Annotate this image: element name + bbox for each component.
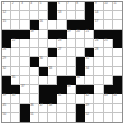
clue-number-43: 43: [104, 94, 107, 98]
cell-r12c11[interactable]: [94, 104, 103, 113]
cell-r11c2[interactable]: 40: [11, 94, 20, 103]
cell-r1c13[interactable]: 11: [113, 2, 122, 11]
clue-number-40: 40: [12, 94, 15, 98]
cell-r9c2[interactable]: 35: [11, 76, 20, 85]
cell-r2c12[interactable]: [104, 11, 113, 20]
cell-r3c5[interactable]: 16: [39, 20, 48, 29]
cell-r13c2[interactable]: [11, 113, 20, 122]
clue-number-36: 36: [76, 76, 79, 80]
clue-number-48: 48: [49, 104, 52, 108]
black-cell-r1c10: [85, 2, 94, 11]
clue-number-2: 2: [12, 2, 14, 6]
clue-number-44: 44: [113, 94, 116, 98]
cell-r5c3[interactable]: [20, 39, 29, 48]
cell-r8c12[interactable]: [104, 67, 113, 76]
cell-r4c9[interactable]: 20: [76, 30, 85, 39]
clue-number-46: 46: [30, 104, 33, 108]
cell-r1c3[interactable]: 3: [20, 2, 29, 11]
cell-r3c3[interactable]: [20, 20, 29, 29]
cell-r10c8[interactable]: 38: [67, 85, 76, 94]
black-cell-r9c7: [57, 76, 66, 85]
clue-number-1: 1: [3, 2, 5, 6]
cell-r9c10[interactable]: [85, 76, 94, 85]
cell-r7c5[interactable]: 30: [39, 57, 48, 66]
cell-r8c6[interactable]: 33: [48, 67, 57, 76]
clue-number-47: 47: [39, 104, 42, 108]
black-cell-r1c6: [48, 2, 57, 11]
cell-r5c5[interactable]: [39, 39, 48, 48]
cell-r9c11[interactable]: [94, 76, 103, 85]
cell-r8c4[interactable]: [30, 67, 39, 76]
cell-r6c8[interactable]: [67, 48, 76, 57]
clue-number-4: 4: [30, 2, 32, 6]
black-cell-r10c5: [39, 85, 48, 94]
cell-r4c5[interactable]: [39, 30, 48, 39]
cell-r8c7[interactable]: [57, 67, 66, 76]
clue-number-9: 9: [95, 2, 97, 6]
clue-number-42: 42: [86, 94, 89, 98]
cell-r3c1[interactable]: 15: [2, 20, 11, 29]
clue-number-17: 17: [95, 20, 98, 24]
clue-number-35: 35: [12, 76, 15, 80]
clue-number-31: 31: [86, 57, 89, 61]
cell-r4c10[interactable]: 21: [85, 30, 94, 39]
cell-r11c9[interactable]: [76, 94, 85, 103]
cell-r8c8[interactable]: [67, 67, 76, 76]
clue-number-33: 33: [49, 67, 52, 71]
cell-r11c8[interactable]: [67, 94, 76, 103]
cell-r13c5[interactable]: [39, 113, 48, 122]
black-cell-r4c6: [48, 30, 57, 39]
black-cell-r4c3: [20, 30, 29, 39]
black-cell-r4c13: [113, 30, 122, 39]
cell-r5c6[interactable]: [48, 39, 57, 48]
cell-r7c13[interactable]: [113, 57, 122, 66]
cell-r7c12[interactable]: [104, 57, 113, 66]
clue-number-51: 51: [30, 113, 33, 117]
clue-number-19: 19: [67, 30, 70, 34]
cell-r5c12[interactable]: 25: [104, 39, 113, 48]
clue-number-10: 10: [104, 2, 107, 6]
cell-r9c6[interactable]: [48, 76, 57, 85]
black-cell-r8c5: [39, 67, 48, 76]
clue-number-5: 5: [39, 2, 41, 6]
clue-number-23: 23: [58, 39, 61, 43]
cell-r2c7[interactable]: 13: [57, 11, 66, 20]
clue-number-18: 18: [30, 30, 33, 34]
cell-r1c12[interactable]: 10: [104, 2, 113, 11]
crossword-grid[interactable]: 1234567891011121314151617181920212223242…: [1, 1, 123, 123]
cell-r12c13[interactable]: [113, 104, 122, 113]
black-cell-r9c1: [2, 76, 11, 85]
clue-number-27: 27: [58, 48, 61, 52]
cell-r8c3[interactable]: [20, 67, 29, 76]
cell-r10c3[interactable]: 37: [20, 85, 29, 94]
cell-r3c11[interactable]: 17: [94, 20, 103, 29]
cell-r12c7[interactable]: [57, 104, 66, 113]
cell-r1c2[interactable]: 2: [11, 2, 20, 11]
clue-number-21: 21: [86, 30, 89, 34]
clue-number-41: 41: [58, 94, 61, 98]
clue-number-16: 16: [39, 20, 42, 24]
cell-r2c2[interactable]: [11, 11, 20, 20]
clue-number-50: 50: [3, 113, 6, 117]
cell-r9c9[interactable]: 36: [76, 76, 85, 85]
cell-r3c7[interactable]: [57, 20, 66, 29]
cell-r13c12[interactable]: [104, 113, 113, 122]
cell-r6c7[interactable]: 27: [57, 48, 66, 57]
clue-number-6: 6: [58, 2, 60, 6]
black-cell-r4c1: [2, 30, 11, 39]
clue-number-14: 14: [95, 11, 98, 15]
clue-number-52: 52: [86, 113, 89, 117]
cell-r12c5[interactable]: 47: [39, 104, 48, 113]
black-cell-r7c4: [30, 57, 39, 66]
clue-number-24: 24: [95, 39, 98, 43]
clue-number-20: 20: [76, 30, 79, 34]
cell-r13c1[interactable]: 50: [2, 113, 11, 122]
cell-r7c8[interactable]: [67, 57, 76, 66]
cell-r10c11[interactable]: [94, 85, 103, 94]
cell-r6c12[interactable]: [104, 48, 113, 57]
black-cell-r7c9: [76, 57, 85, 66]
clue-number-32: 32: [3, 67, 6, 71]
clue-number-39: 39: [3, 94, 6, 98]
cell-r7c3[interactable]: [20, 57, 29, 66]
cell-r11c7[interactable]: 41: [57, 94, 66, 103]
cell-r9c5[interactable]: [39, 76, 48, 85]
cell-r11c12[interactable]: 43: [104, 94, 113, 103]
clue-number-37: 37: [21, 85, 24, 89]
cell-r8c10[interactable]: 34: [85, 67, 94, 76]
clue-number-7: 7: [67, 2, 69, 6]
cell-r13c13[interactable]: [113, 113, 122, 122]
cell-r11c11[interactable]: [94, 94, 103, 103]
cell-r8c1[interactable]: 32: [2, 67, 11, 76]
clue-number-26: 26: [3, 48, 6, 52]
black-cell-r9c13: [113, 76, 122, 85]
cell-r6c13[interactable]: [113, 48, 122, 57]
black-cell-r10c9: [76, 85, 85, 94]
cell-r5c2[interactable]: 22: [11, 39, 20, 48]
cell-r6c4[interactable]: [30, 48, 39, 57]
cell-r13c4[interactable]: 51: [30, 113, 39, 122]
black-cell-r12c3: [20, 104, 29, 113]
cell-r2c13[interactable]: [113, 11, 122, 20]
cell-r6c3[interactable]: [20, 48, 29, 57]
black-cell-r6c6: [48, 48, 57, 57]
cell-r2c9[interactable]: [76, 11, 85, 20]
clue-number-3: 3: [21, 2, 23, 6]
cell-r10c4[interactable]: [30, 85, 39, 94]
cell-r9c4[interactable]: [30, 76, 39, 85]
clue-number-29: 29: [3, 57, 6, 61]
cell-r12c6[interactable]: 48: [48, 104, 57, 113]
black-cell-r13c9: [76, 113, 85, 122]
clue-number-25: 25: [104, 39, 107, 43]
black-cell-r5c13: [113, 39, 122, 48]
cell-r6c9[interactable]: [76, 48, 85, 57]
clue-number-13: 13: [58, 11, 61, 15]
cell-r6c11[interactable]: 28: [94, 48, 103, 57]
cell-r4c4[interactable]: 18: [30, 30, 39, 39]
cell-r4c8[interactable]: 19: [67, 30, 76, 39]
clue-number-8: 8: [76, 2, 78, 6]
clue-number-45: 45: [3, 104, 6, 108]
clue-number-12: 12: [3, 11, 6, 15]
cell-r13c11[interactable]: [94, 113, 103, 122]
cell-r3c12[interactable]: [104, 20, 113, 29]
clue-number-49: 49: [86, 104, 89, 108]
cell-r1c4[interactable]: 4: [30, 2, 39, 11]
cell-r7c7[interactable]: [57, 57, 66, 66]
crossword-board: 1234567891011121314151617181920212223242…: [1, 1, 124, 124]
cell-r12c12[interactable]: [104, 104, 113, 113]
cell-r11c13[interactable]: 44: [113, 94, 122, 103]
cell-r6c2[interactable]: [11, 48, 20, 57]
cell-r2c3[interactable]: [20, 11, 29, 20]
clue-number-22: 22: [12, 39, 15, 43]
clue-number-34: 34: [86, 67, 89, 71]
black-cell-r13c3: [20, 113, 29, 122]
cell-r8c13[interactable]: [113, 67, 122, 76]
cell-r7c2[interactable]: [11, 57, 20, 66]
cell-r2c4[interactable]: [30, 11, 39, 20]
cell-r8c11[interactable]: [94, 67, 103, 76]
clue-number-28: 28: [95, 48, 98, 52]
cell-r3c13[interactable]: [113, 20, 122, 29]
cell-r2c8[interactable]: [67, 11, 76, 20]
cell-r13c7[interactable]: [57, 113, 66, 122]
cell-r1c9[interactable]: 8: [76, 2, 85, 11]
cell-r5c8[interactable]: [67, 39, 76, 48]
cell-r3c2[interactable]: [11, 20, 20, 29]
cell-r1c8[interactable]: 7: [67, 2, 76, 11]
cell-r12c2[interactable]: [11, 104, 20, 113]
cell-r5c10[interactable]: [85, 39, 94, 48]
black-cell-r2c6: [48, 11, 57, 20]
cell-r13c8[interactable]: [67, 113, 76, 122]
cell-r13c10[interactable]: 52: [85, 113, 94, 122]
black-cell-r10c6: [48, 85, 57, 94]
clue-number-30: 30: [39, 57, 42, 61]
clue-number-38: 38: [67, 85, 70, 89]
clue-number-11: 11: [113, 2, 116, 6]
cell-r3c6[interactable]: [48, 20, 57, 29]
cell-r12c8[interactable]: [67, 104, 76, 113]
cell-r1c5[interactable]: 5: [39, 2, 48, 11]
clue-number-15: 15: [3, 20, 6, 24]
black-cell-r12c9: [76, 104, 85, 113]
cell-r5c4[interactable]: [30, 39, 39, 48]
black-cell-r2c10: [85, 11, 94, 20]
cell-r11c3[interactable]: [20, 94, 29, 103]
cell-r5c9[interactable]: [76, 39, 85, 48]
cell-r13c6[interactable]: [48, 113, 57, 122]
cell-r9c12[interactable]: [104, 76, 113, 85]
cell-r7c11[interactable]: [94, 57, 103, 66]
